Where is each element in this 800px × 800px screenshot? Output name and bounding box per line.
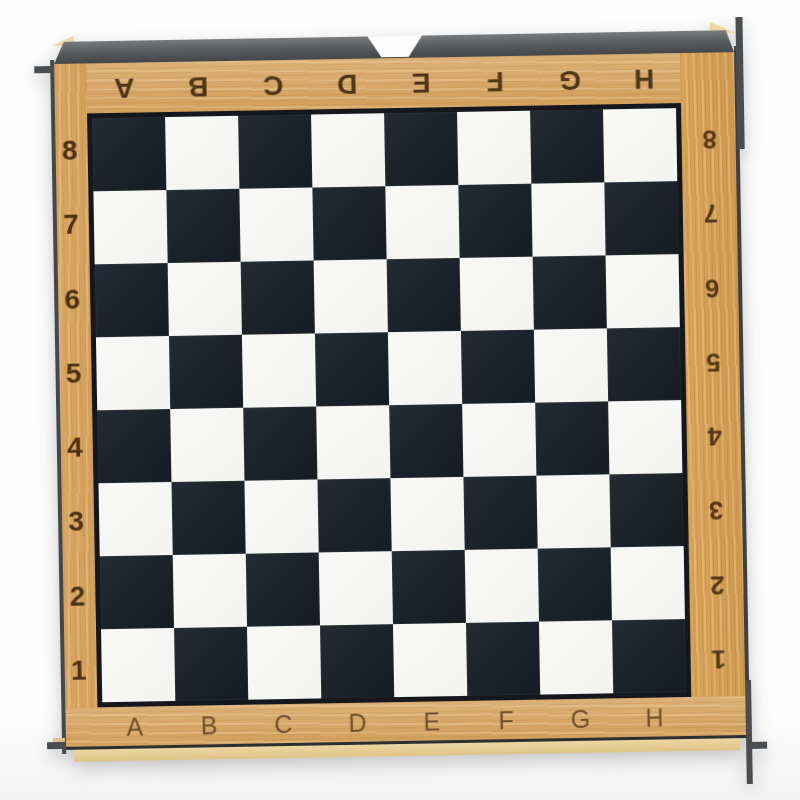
square-h2[interactable] — [611, 546, 685, 620]
square-f4[interactable] — [462, 403, 536, 477]
square-h1[interactable] — [612, 619, 686, 693]
square-e8[interactable] — [384, 112, 458, 186]
square-b8[interactable] — [165, 116, 239, 190]
square-a3[interactable] — [98, 482, 172, 556]
hinge-pin-bottom-left — [47, 742, 65, 749]
square-b1[interactable] — [174, 627, 248, 701]
square-d2[interactable] — [319, 551, 393, 625]
square-a4[interactable] — [97, 409, 171, 483]
square-e6[interactable] — [387, 258, 461, 332]
square-b4[interactable] — [170, 408, 244, 482]
square-c8[interactable] — [238, 115, 312, 189]
square-c7[interactable] — [239, 187, 313, 261]
square-f5[interactable] — [461, 330, 535, 404]
square-g5[interactable] — [534, 328, 608, 402]
square-d6[interactable] — [314, 259, 388, 333]
square-g1[interactable] — [539, 620, 613, 694]
hinge-pin-top-right — [735, 17, 744, 149]
square-g2[interactable] — [538, 547, 612, 621]
square-g3[interactable] — [536, 474, 610, 548]
square-d5[interactable] — [315, 332, 389, 406]
square-g6[interactable] — [533, 255, 607, 329]
square-f6[interactable] — [460, 257, 534, 331]
square-e5[interactable] — [388, 331, 462, 405]
square-d1[interactable] — [320, 624, 394, 698]
square-a6[interactable] — [95, 263, 169, 337]
square-f1[interactable] — [466, 622, 540, 696]
square-e3[interactable] — [390, 477, 464, 551]
square-d3[interactable] — [317, 478, 391, 552]
square-c6[interactable] — [241, 260, 315, 334]
square-c2[interactable] — [246, 552, 320, 626]
square-h8[interactable] — [603, 108, 677, 182]
square-a8[interactable] — [92, 117, 166, 191]
square-f7[interactable] — [458, 184, 532, 258]
square-f3[interactable] — [463, 476, 537, 550]
square-h5[interactable] — [607, 327, 681, 401]
square-a5[interactable] — [96, 336, 170, 410]
square-h3[interactable] — [609, 473, 683, 547]
square-d7[interactable] — [312, 186, 386, 260]
square-b3[interactable] — [171, 481, 245, 555]
square-e4[interactable] — [389, 404, 463, 478]
square-h4[interactable] — [608, 400, 682, 474]
square-e7[interactable] — [385, 185, 459, 259]
square-a7[interactable] — [93, 190, 167, 264]
square-c5[interactable] — [242, 333, 316, 407]
square-c4[interactable] — [243, 406, 317, 480]
square-f2[interactable] — [465, 549, 539, 623]
square-f8[interactable] — [457, 111, 531, 185]
square-d4[interactable] — [316, 405, 390, 479]
square-g8[interactable] — [530, 109, 604, 183]
square-g4[interactable] — [535, 401, 609, 475]
square-b2[interactable] — [173, 554, 247, 628]
square-a2[interactable] — [100, 555, 174, 629]
hinge-pin-bottom-right-horz — [747, 742, 767, 749]
square-h6[interactable] — [606, 254, 680, 328]
square-b7[interactable] — [166, 189, 240, 263]
square-h7[interactable] — [604, 181, 678, 255]
square-d8[interactable] — [311, 113, 385, 187]
square-g7[interactable] — [531, 182, 605, 256]
square-e2[interactable] — [392, 550, 466, 624]
square-c1[interactable] — [247, 625, 321, 699]
hinge-pin-top-left — [34, 66, 54, 73]
chess-board — [92, 108, 686, 702]
square-b5[interactable] — [169, 335, 243, 409]
playing-field-border — [87, 103, 691, 707]
square-b6[interactable] — [168, 262, 242, 336]
hinge-pin-bottom-right-vert — [745, 680, 753, 784]
chess-board-box: ABCDEFGH ABCDEFGH 87654321 87654321 — [50, 30, 750, 762]
square-e1[interactable] — [393, 623, 467, 697]
square-c3[interactable] — [244, 479, 318, 553]
square-a1[interactable] — [101, 628, 175, 702]
